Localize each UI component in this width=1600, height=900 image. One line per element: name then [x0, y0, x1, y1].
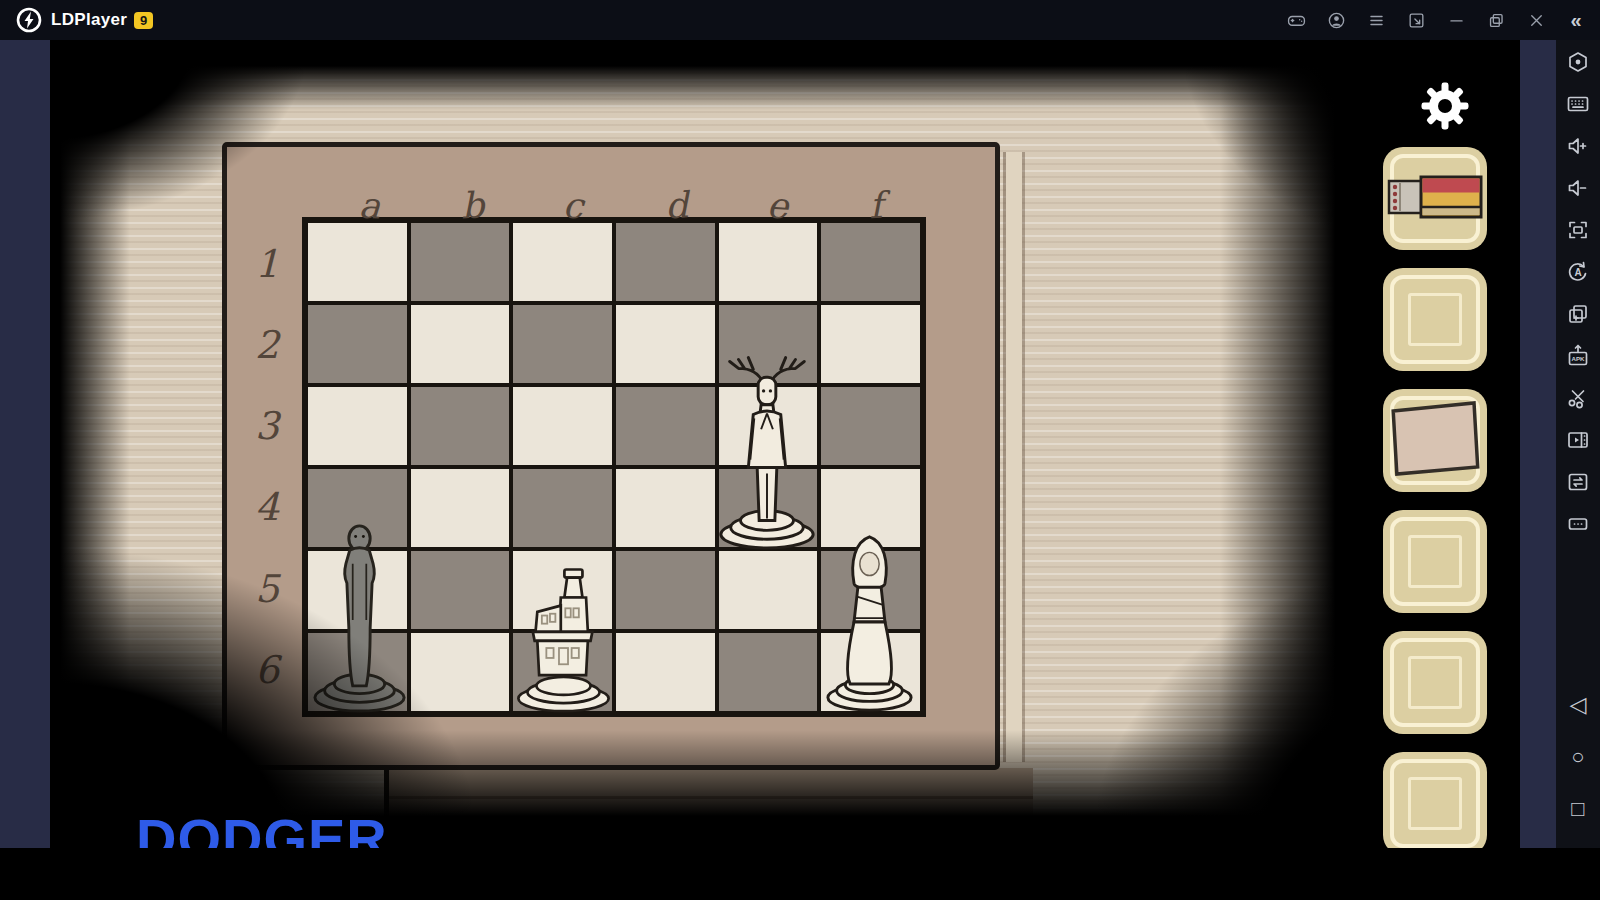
titlebar-minimize-icon[interactable]	[1436, 0, 1476, 40]
version-badge: 9	[134, 12, 153, 29]
page-edge	[1003, 152, 1029, 762]
piece-deer-e4[interactable]	[713, 334, 821, 550]
piece-woman-f6[interactable]	[823, 533, 916, 713]
row-label-6: 6	[255, 648, 279, 692]
square-a1[interactable]	[308, 223, 407, 301]
inventory-slot-3-paper[interactable]	[1383, 389, 1487, 492]
inventory-slot-1-matchbox[interactable]	[1383, 147, 1487, 250]
col-label-d: d	[664, 184, 689, 226]
sidebar-volume-up-icon[interactable]	[1565, 133, 1591, 159]
window-left-frame	[0, 40, 50, 848]
square-b6[interactable]	[411, 633, 510, 711]
square-e6[interactable]	[719, 633, 818, 711]
square-a2[interactable]	[308, 305, 407, 383]
square-f3[interactable]	[821, 387, 920, 465]
square-a3[interactable]	[308, 387, 407, 465]
col-label-a: a	[358, 184, 382, 226]
square-d4[interactable]	[616, 469, 715, 547]
square-d5[interactable]	[616, 551, 715, 629]
titlebar-menu-icon[interactable]	[1356, 0, 1396, 40]
square-e1[interactable]	[719, 223, 818, 301]
sidebar-virtual-keyboard-icon[interactable]	[1565, 91, 1591, 117]
titlebar-account-icon[interactable]	[1316, 0, 1356, 40]
square-e5[interactable]	[719, 551, 818, 629]
piece-man-a6[interactable]	[309, 521, 410, 713]
sidebar-multi-instance-icon[interactable]	[1565, 301, 1591, 327]
sidebar-file-transfer-icon[interactable]	[1565, 469, 1591, 495]
nav-home-icon[interactable]: ○	[1565, 744, 1591, 770]
dodger-text: DODGER	[136, 807, 388, 848]
sidebar-rotate-screen-icon[interactable]: A	[1565, 259, 1591, 285]
square-b4[interactable]	[411, 469, 510, 547]
chess-board-frame: abcdef123456	[222, 142, 1000, 770]
settings-gear-icon[interactable]	[1421, 82, 1469, 130]
col-label-c: c	[562, 185, 584, 227]
sidebar-fullscreen-icon[interactable]	[1565, 217, 1591, 243]
square-c2[interactable]	[513, 305, 612, 383]
window-right-frame	[1520, 40, 1556, 848]
svg-text:A: A	[1574, 267, 1581, 278]
sidebar-install-apk-icon[interactable]: APK	[1565, 343, 1591, 369]
sidebar-more-options-icon[interactable]	[1565, 511, 1591, 537]
paper-item[interactable]	[1388, 398, 1482, 482]
square-d1[interactable]	[616, 223, 715, 301]
titlebar-resize-window-icon[interactable]	[1396, 0, 1436, 40]
square-b3[interactable]	[411, 387, 510, 465]
nav-recents-icon[interactable]: □	[1565, 796, 1591, 822]
titlebar-collapse-sidebar-icon[interactable]: «	[1556, 0, 1596, 40]
inventory-slot-5[interactable]	[1383, 631, 1487, 734]
overlay-text: DODGER	[100, 775, 520, 848]
titlebar-close-icon[interactable]	[1516, 0, 1556, 40]
piece-house-c6[interactable]	[512, 565, 615, 713]
svg-text:APK: APK	[1571, 355, 1585, 362]
nav-back-icon[interactable]: ◁	[1565, 692, 1591, 718]
square-b1[interactable]	[411, 223, 510, 301]
square-f2[interactable]	[821, 305, 920, 383]
game-screen: abcdef123456 DODGER	[50, 40, 1520, 848]
inventory-slot-2[interactable]	[1383, 268, 1487, 371]
col-label-e: e	[766, 184, 789, 226]
titlebar-gamepad-icon[interactable]	[1276, 0, 1316, 40]
bottom-black-bar	[0, 848, 1600, 900]
inventory-slot-4[interactable]	[1383, 510, 1487, 613]
ldplayer-logo-icon	[16, 7, 42, 33]
sidebar-screen-record-icon[interactable]	[1565, 427, 1591, 453]
square-d6[interactable]	[616, 633, 715, 711]
square-d2[interactable]	[616, 305, 715, 383]
title-bar: LDPlayer 9 «	[0, 0, 1600, 40]
matchbox-item[interactable]	[1387, 174, 1483, 224]
square-b2[interactable]	[411, 305, 510, 383]
titlebar-icons: «	[1276, 0, 1596, 40]
col-label-b: b	[460, 184, 485, 226]
square-c3[interactable]	[513, 387, 612, 465]
square-d3[interactable]	[616, 387, 715, 465]
col-label-f: f	[868, 185, 883, 227]
ldplayer-window: LDPlayer 9 « abcdef123456	[0, 0, 1600, 900]
inventory-slot-6[interactable]	[1383, 752, 1487, 848]
titlebar-restore-icon[interactable]	[1476, 0, 1516, 40]
sidebar-volume-down-icon[interactable]	[1565, 175, 1591, 201]
sidebar-screenshot-icon[interactable]	[1565, 385, 1591, 411]
toolbar-sidebar: AAPK◁○□	[1556, 40, 1600, 848]
row-label-5: 5	[255, 567, 279, 611]
window-title: LDPlayer	[51, 10, 127, 30]
row-label-2: 2	[255, 323, 279, 367]
row-label-4: 4	[255, 485, 279, 529]
square-f1[interactable]	[821, 223, 920, 301]
row-label-1: 1	[255, 242, 279, 286]
square-c1[interactable]	[513, 223, 612, 301]
sidebar-record-operation-icon[interactable]	[1565, 49, 1591, 75]
square-c4[interactable]	[513, 469, 612, 547]
square-b5[interactable]	[411, 551, 510, 629]
row-label-3: 3	[255, 404, 279, 448]
